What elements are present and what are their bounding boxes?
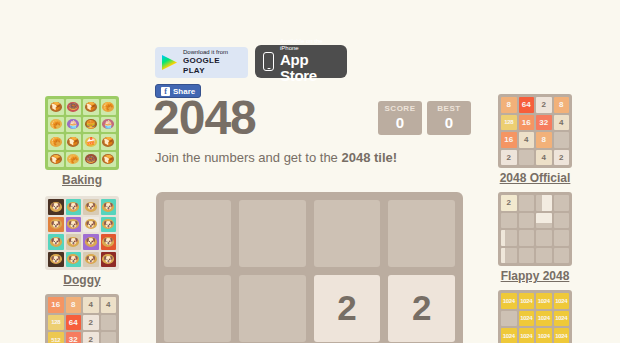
food-or-doge-icon: 🍩 bbox=[85, 154, 97, 164]
food-or-doge-icon: 🐶 bbox=[50, 237, 62, 247]
grid-cell: 🍩 bbox=[83, 152, 99, 168]
grid-cell bbox=[519, 230, 535, 246]
grid-cell: 🐶 bbox=[101, 199, 117, 215]
grid-cell: 2 bbox=[83, 332, 99, 343]
food-or-doge-icon: 🍞 bbox=[102, 137, 114, 147]
grid-cell: 4 bbox=[83, 297, 99, 313]
grid-cell bbox=[519, 248, 535, 264]
food-or-doge-icon: 🧁 bbox=[67, 119, 79, 129]
food-or-doge-icon: 🥐 bbox=[50, 137, 62, 147]
google-play-text: Download it from GOOGLE PLAY bbox=[183, 49, 241, 77]
grid-cell bbox=[388, 200, 455, 267]
grid-cell: 🐶 bbox=[101, 252, 117, 268]
grid-cell bbox=[501, 230, 517, 246]
grid-cell: 2 bbox=[501, 195, 517, 211]
grid-cell: 1024 bbox=[501, 293, 517, 309]
grid-cell: 🍞 bbox=[48, 152, 64, 168]
grid-cell bbox=[101, 332, 117, 343]
grid-cell: 4 bbox=[101, 297, 117, 313]
best-value: 0 bbox=[445, 114, 453, 132]
food-or-doge-icon: 🐶 bbox=[102, 202, 114, 212]
grid-cell: 🐶 bbox=[101, 217, 117, 233]
grid-cell: 32 bbox=[536, 115, 552, 131]
grid-cell: 🧁 bbox=[66, 117, 82, 133]
grid-cell: 🧁 bbox=[101, 117, 117, 133]
grid-cell: 1024 bbox=[536, 311, 552, 327]
score-value: 0 bbox=[396, 114, 404, 132]
grid-cell: 🐶 bbox=[66, 234, 82, 250]
grid-cell bbox=[239, 200, 306, 267]
food-or-doge-icon: 🐶 bbox=[67, 219, 79, 229]
grid-cell: 🍞 bbox=[66, 134, 82, 150]
grid-cell bbox=[554, 248, 570, 264]
grid-cell: 🐶 bbox=[66, 252, 82, 268]
grid-cell bbox=[519, 213, 535, 229]
food-or-doge-icon: 🐶 bbox=[102, 237, 114, 247]
food-or-doge-icon: 🥐 bbox=[50, 119, 62, 129]
grid-cell bbox=[536, 230, 552, 246]
grid-cell bbox=[554, 195, 570, 211]
food-or-doge-icon: 🐶 bbox=[67, 237, 79, 247]
game-board[interactable]: 22 bbox=[156, 192, 463, 343]
best-label: BEST bbox=[437, 104, 460, 114]
food-or-doge-icon: 🐶 bbox=[67, 202, 79, 212]
grid-cell: 1024 bbox=[554, 293, 570, 309]
grid-cell: 🥐 bbox=[66, 152, 82, 168]
grid-cell: 🐶 bbox=[48, 234, 64, 250]
food-or-doge-icon: 🍞 bbox=[50, 154, 62, 164]
food-or-doge-icon: 🐶 bbox=[50, 202, 62, 212]
grid-cell bbox=[554, 230, 570, 246]
sidebar-item-numbers: 16844128642512322 bbox=[44, 294, 120, 343]
food-or-doge-icon: 🍔 bbox=[85, 119, 97, 129]
subtitle-goal: 2048 tile! bbox=[341, 150, 397, 165]
food-or-doge-icon: 🐶 bbox=[85, 219, 97, 229]
food-or-doge-icon: 🥐 bbox=[67, 154, 79, 164]
food-or-doge-icon: 🍞 bbox=[67, 137, 79, 147]
grid-cell: 8 bbox=[536, 132, 552, 148]
grid-cell: 🍞 bbox=[101, 152, 117, 168]
grid-cell bbox=[519, 150, 535, 166]
iphone-icon bbox=[263, 52, 274, 71]
grid-cell: 1024 bbox=[536, 293, 552, 309]
sidebar-item-1024: 1024102410241024102410241024102410241024… bbox=[497, 290, 573, 343]
grid-cell: 64 bbox=[66, 315, 82, 331]
grid-cell: 512 bbox=[48, 332, 64, 343]
grid-cell: 🍞 bbox=[48, 99, 64, 115]
grid-cell bbox=[501, 213, 517, 229]
grid-cell: 2 bbox=[388, 275, 455, 342]
food-or-doge-icon: 🍩 bbox=[67, 102, 79, 112]
food-or-doge-icon: 🐶 bbox=[102, 219, 114, 229]
sidebar-item-baking: 🍞🍩🍞🥐🥐🧁🍔🧁🥐🍞🍰🍞🍞🥐🍩🍞 Baking bbox=[44, 96, 120, 188]
grid-cell bbox=[519, 195, 535, 211]
grid-cell bbox=[314, 200, 381, 267]
grid-cell bbox=[536, 248, 552, 264]
food-or-doge-icon: 🍰 bbox=[85, 137, 97, 147]
grid-cell bbox=[164, 200, 231, 267]
food-or-doge-icon: 🐶 bbox=[67, 254, 79, 264]
page-title: 2048 bbox=[153, 90, 256, 145]
grid-cell: 🍩 bbox=[66, 99, 82, 115]
grid-cell: 🐶 bbox=[83, 217, 99, 233]
grid-cell: 🍰 bbox=[83, 134, 99, 150]
doggy-link[interactable]: Doggy bbox=[63, 273, 100, 287]
app-store-line1: Available on the iPhone bbox=[280, 38, 339, 51]
grid-cell: 1024 bbox=[536, 328, 552, 343]
grid-cell: 2 bbox=[83, 315, 99, 331]
grid-cell: 🐶 bbox=[83, 199, 99, 215]
grid-cell: 8 bbox=[501, 97, 517, 113]
numbers-thumbnail[interactable]: 16844128642512322 bbox=[45, 294, 119, 343]
flappy-link[interactable]: Flappy 2048 bbox=[501, 269, 570, 283]
grid-cell: 2 bbox=[501, 150, 517, 166]
grid-cell: 🍔 bbox=[83, 117, 99, 133]
grid-cell bbox=[536, 195, 552, 211]
scoreboard: SCORE 0 BEST 0 bbox=[378, 101, 471, 135]
grid-cell: 🐶 bbox=[66, 217, 82, 233]
food-or-doge-icon: 🧁 bbox=[102, 119, 114, 129]
app-store-text: Available on the iPhone App Store bbox=[280, 38, 339, 84]
grid-cell: 🐶 bbox=[48, 199, 64, 215]
grid-cell bbox=[536, 213, 552, 229]
grid-cell: 128 bbox=[48, 315, 64, 331]
grid-cell: 4 bbox=[519, 132, 535, 148]
grid-cell: 🍞 bbox=[101, 134, 117, 150]
grid-cell: 🐶 bbox=[83, 234, 99, 250]
ten24-thumbnail[interactable]: 1024102410241024102410241024102410241024… bbox=[498, 290, 572, 343]
google-play-line2: GOOGLE PLAY bbox=[183, 56, 241, 76]
grid-cell: 1024 bbox=[554, 311, 570, 327]
sidebar-item-official: 86428128163241648242 2048 Official bbox=[497, 94, 573, 186]
google-play-badge[interactable]: Download it from GOOGLE PLAY bbox=[155, 47, 248, 78]
grid-cell: 4 bbox=[554, 115, 570, 131]
grid-cell bbox=[501, 248, 517, 264]
grid-cell: 128 bbox=[501, 115, 517, 131]
grid-cell: 1024 bbox=[519, 293, 535, 309]
grid-cell: 2 bbox=[314, 275, 381, 342]
grid-cell: 🥐 bbox=[101, 99, 117, 115]
grid-cell: 8 bbox=[554, 97, 570, 113]
food-or-doge-icon: 🐶 bbox=[102, 254, 114, 264]
grid-cell: 🐶 bbox=[101, 234, 117, 250]
grid-cell: 4 bbox=[536, 150, 552, 166]
grid-cell bbox=[164, 275, 231, 342]
score-box: SCORE 0 bbox=[378, 101, 422, 135]
app-store-line2: App Store bbox=[280, 52, 339, 85]
baking-link[interactable]: Baking bbox=[62, 173, 102, 187]
baking-thumbnail[interactable]: 🍞🍩🍞🥐🥐🧁🍔🧁🥐🍞🍰🍞🍞🥐🍩🍞 bbox=[45, 96, 119, 170]
grid-cell: 🥐 bbox=[48, 134, 64, 150]
grid-cell: 🐶 bbox=[66, 199, 82, 215]
grid-cell: 🥐 bbox=[48, 117, 64, 133]
subtitle-prefix: Join the numbers and get to the bbox=[155, 150, 341, 165]
grid-cell: 🐶 bbox=[48, 252, 64, 268]
google-play-line1: Download it from bbox=[183, 49, 241, 57]
grid-cell bbox=[554, 213, 570, 229]
grid-cell: 1024 bbox=[501, 328, 517, 343]
grid-cell: 16 bbox=[48, 297, 64, 313]
doggy-thumbnail[interactable]: 🐶🐶🐶🐶🐶🐶🐶🐶🐶🐶🐶🐶🐶🐶🐶🐶 bbox=[45, 196, 119, 270]
google-play-icon bbox=[162, 55, 177, 70]
best-box: BEST 0 bbox=[427, 101, 471, 135]
grid-cell: 🐶 bbox=[48, 217, 64, 233]
grid-cell bbox=[101, 315, 117, 331]
grid-cell: 2 bbox=[536, 97, 552, 113]
food-or-doge-icon: 🍞 bbox=[50, 102, 62, 112]
grid-cell: 8 bbox=[66, 297, 82, 313]
flappy-thumbnail[interactable]: 2 bbox=[498, 192, 572, 266]
app-store-badge[interactable]: Available on the iPhone App Store bbox=[255, 45, 347, 78]
sidebar-item-flappy: 2 Flappy 2048 bbox=[497, 192, 573, 284]
grid-cell: 16 bbox=[501, 132, 517, 148]
subtitle: Join the numbers and get to the 2048 til… bbox=[155, 150, 397, 165]
grid-cell: 🍞 bbox=[83, 99, 99, 115]
food-or-doge-icon: 🍞 bbox=[102, 154, 114, 164]
official-thumbnail[interactable]: 86428128163241648242 bbox=[498, 94, 572, 168]
grid-cell bbox=[239, 275, 306, 342]
food-or-doge-icon: 🐶 bbox=[50, 219, 62, 229]
grid-cell: 2 bbox=[554, 150, 570, 166]
sidebar-item-doggy: 🐶🐶🐶🐶🐶🐶🐶🐶🐶🐶🐶🐶🐶🐶🐶🐶 Doggy bbox=[44, 196, 120, 288]
grid-cell: 1024 bbox=[554, 328, 570, 343]
food-or-doge-icon: 🐶 bbox=[85, 202, 97, 212]
grid-cell: 64 bbox=[519, 97, 535, 113]
score-label: SCORE bbox=[385, 104, 416, 114]
grid-cell: 🐶 bbox=[83, 252, 99, 268]
food-or-doge-icon: 🐶 bbox=[85, 237, 97, 247]
food-or-doge-icon: 🐶 bbox=[50, 254, 62, 264]
food-or-doge-icon: 🥐 bbox=[102, 102, 114, 112]
grid-cell: 1024 bbox=[519, 328, 535, 343]
food-or-doge-icon: 🐶 bbox=[85, 254, 97, 264]
grid-cell: 1024 bbox=[519, 311, 535, 327]
grid-cell bbox=[554, 132, 570, 148]
grid-cell: 16 bbox=[519, 115, 535, 131]
grid-cell: 32 bbox=[66, 332, 82, 343]
official-link[interactable]: 2048 Official bbox=[500, 171, 571, 185]
food-or-doge-icon: 🍞 bbox=[85, 102, 97, 112]
grid-cell bbox=[501, 311, 517, 327]
